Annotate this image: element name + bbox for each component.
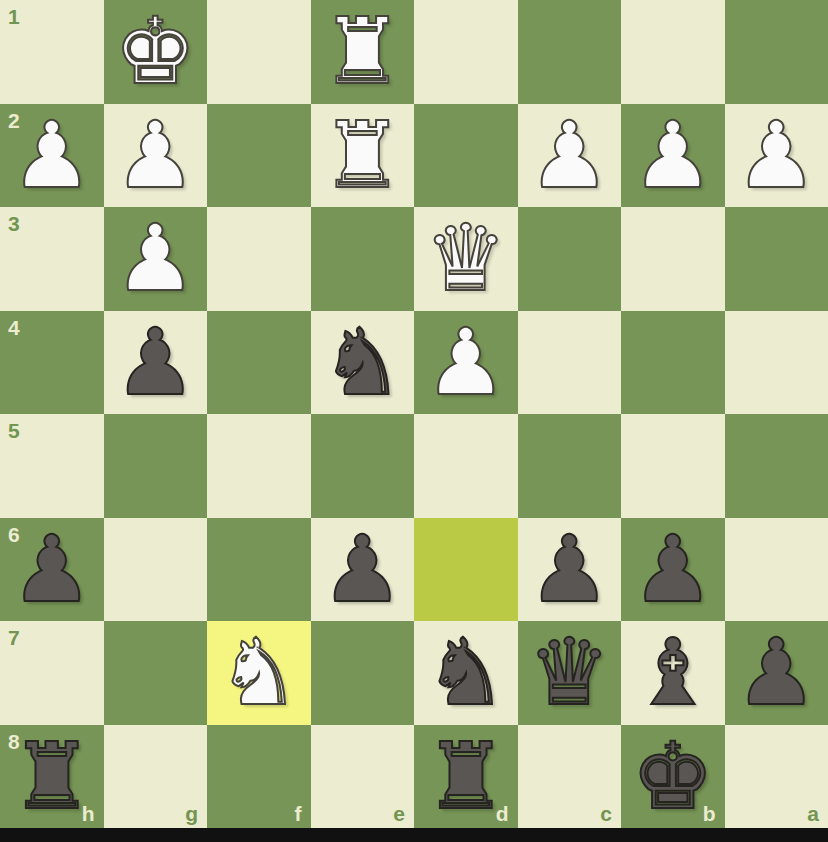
square-e7[interactable] <box>311 621 415 725</box>
square-e8[interactable]: e <box>311 725 415 829</box>
square-d1[interactable] <box>414 0 518 104</box>
black-pawn-piece[interactable]: ♟ <box>632 518 714 622</box>
square-g7[interactable] <box>104 621 208 725</box>
white-pawn-piece[interactable]: ♟ <box>735 104 817 208</box>
square-e2[interactable]: ♜ <box>311 104 415 208</box>
square-g2[interactable]: ♟ <box>104 104 208 208</box>
square-c7[interactable]: ♛ <box>518 621 622 725</box>
square-a6[interactable] <box>725 518 828 622</box>
square-h7[interactable]: 7 <box>0 621 104 725</box>
file-label-g: g <box>185 803 198 824</box>
square-c5[interactable] <box>518 414 622 518</box>
square-e1[interactable]: ♜ <box>311 0 415 104</box>
square-c1[interactable] <box>518 0 622 104</box>
white-pawn-piece[interactable]: ♟ <box>114 207 196 311</box>
square-h8[interactable]: 8h♜ <box>0 725 104 829</box>
file-label-d: d <box>496 803 509 824</box>
square-h4[interactable]: 4 <box>0 311 104 415</box>
file-label-a: a <box>807 803 819 824</box>
square-d7[interactable]: ♞ <box>414 621 518 725</box>
square-g4[interactable]: ♟ <box>104 311 208 415</box>
black-queen-piece[interactable]: ♛ <box>528 621 610 725</box>
square-g6[interactable] <box>104 518 208 622</box>
black-pawn-piece[interactable]: ♟ <box>735 621 817 725</box>
square-g8[interactable]: g <box>104 725 208 829</box>
square-b8[interactable]: b♚ <box>621 725 725 829</box>
rank-label-2: 2 <box>8 110 20 131</box>
black-pawn-piece[interactable]: ♟ <box>11 518 93 622</box>
square-f1[interactable] <box>207 0 311 104</box>
white-rook-piece[interactable]: ♜ <box>321 0 403 104</box>
black-rook-piece[interactable]: ♜ <box>425 725 507 829</box>
square-e4[interactable]: ♞ <box>311 311 415 415</box>
file-label-b: b <box>703 803 716 824</box>
square-e6[interactable]: ♟ <box>311 518 415 622</box>
file-label-h: h <box>82 803 95 824</box>
square-f7[interactable]: ♞ <box>207 621 311 725</box>
file-label-c: c <box>600 803 612 824</box>
square-f5[interactable] <box>207 414 311 518</box>
square-b1[interactable] <box>621 0 725 104</box>
square-b7[interactable]: ♝ <box>621 621 725 725</box>
rank-label-3: 3 <box>8 213 20 234</box>
black-king-piece[interactable]: ♚ <box>632 725 714 829</box>
white-knight-piece[interactable]: ♞ <box>218 621 300 725</box>
bottom-bar <box>0 828 828 842</box>
square-f2[interactable] <box>207 104 311 208</box>
square-c4[interactable] <box>518 311 622 415</box>
black-bishop-piece[interactable]: ♝ <box>632 621 714 725</box>
rank-label-7: 7 <box>8 627 20 648</box>
white-pawn-piece[interactable]: ♟ <box>528 104 610 208</box>
white-pawn-piece[interactable]: ♟ <box>11 104 93 208</box>
square-a5[interactable] <box>725 414 828 518</box>
white-pawn-piece[interactable]: ♟ <box>632 104 714 208</box>
square-f4[interactable] <box>207 311 311 415</box>
square-d8[interactable]: d♜ <box>414 725 518 829</box>
white-rook-piece[interactable]: ♜ <box>321 104 403 208</box>
square-h2[interactable]: 2♟ <box>0 104 104 208</box>
square-h6[interactable]: 6♟ <box>0 518 104 622</box>
rank-label-8: 8 <box>8 731 20 752</box>
square-h3[interactable]: 3 <box>0 207 104 311</box>
square-a4[interactable] <box>725 311 828 415</box>
square-f6[interactable] <box>207 518 311 622</box>
square-c8[interactable]: c <box>518 725 622 829</box>
square-h5[interactable]: 5 <box>0 414 104 518</box>
rank-label-1: 1 <box>8 6 20 27</box>
square-c3[interactable] <box>518 207 622 311</box>
square-d5[interactable] <box>414 414 518 518</box>
square-b6[interactable]: ♟ <box>621 518 725 622</box>
square-e3[interactable] <box>311 207 415 311</box>
white-king-piece[interactable]: ♚ <box>114 0 196 104</box>
square-b5[interactable] <box>621 414 725 518</box>
black-pawn-piece[interactable]: ♟ <box>321 518 403 622</box>
square-b3[interactable] <box>621 207 725 311</box>
white-pawn-piece[interactable]: ♟ <box>114 104 196 208</box>
black-knight-piece[interactable]: ♞ <box>321 311 403 415</box>
chess-board: 1♚♜2♟♟♜♟♟♟3♟♛4♟♞♟56♟♟♟♟7♞♞♛♝♟8h♜gfed♜cb♚… <box>0 0 828 828</box>
square-a8[interactable]: a <box>725 725 828 829</box>
square-a1[interactable] <box>725 0 828 104</box>
black-knight-piece[interactable]: ♞ <box>425 621 507 725</box>
square-d6[interactable] <box>414 518 518 622</box>
square-a2[interactable]: ♟ <box>725 104 828 208</box>
square-h1[interactable]: 1 <box>0 0 104 104</box>
square-b4[interactable] <box>621 311 725 415</box>
square-g1[interactable]: ♚ <box>104 0 208 104</box>
white-queen-piece[interactable]: ♛ <box>425 207 507 311</box>
square-d4[interactable]: ♟ <box>414 311 518 415</box>
rank-label-6: 6 <box>8 524 20 545</box>
black-rook-piece[interactable]: ♜ <box>11 725 93 829</box>
file-label-f: f <box>295 803 302 824</box>
black-pawn-piece[interactable]: ♟ <box>114 311 196 415</box>
square-g3[interactable]: ♟ <box>104 207 208 311</box>
square-g5[interactable] <box>104 414 208 518</box>
rank-label-5: 5 <box>8 420 20 441</box>
square-a3[interactable] <box>725 207 828 311</box>
square-d3[interactable]: ♛ <box>414 207 518 311</box>
square-c6[interactable]: ♟ <box>518 518 622 622</box>
square-b2[interactable]: ♟ <box>621 104 725 208</box>
square-e5[interactable] <box>311 414 415 518</box>
square-d2[interactable] <box>414 104 518 208</box>
square-a7[interactable]: ♟ <box>725 621 828 725</box>
square-f8[interactable]: f <box>207 725 311 829</box>
white-pawn-piece[interactable]: ♟ <box>425 311 507 415</box>
chess-app-page: 1♚♜2♟♟♜♟♟♟3♟♛4♟♞♟56♟♟♟♟7♞♞♛♝♟8h♜gfed♜cb♚… <box>0 0 828 842</box>
file-label-e: e <box>393 803 405 824</box>
square-f3[interactable] <box>207 207 311 311</box>
square-c2[interactable]: ♟ <box>518 104 622 208</box>
black-pawn-piece[interactable]: ♟ <box>528 518 610 622</box>
rank-label-4: 4 <box>8 317 20 338</box>
